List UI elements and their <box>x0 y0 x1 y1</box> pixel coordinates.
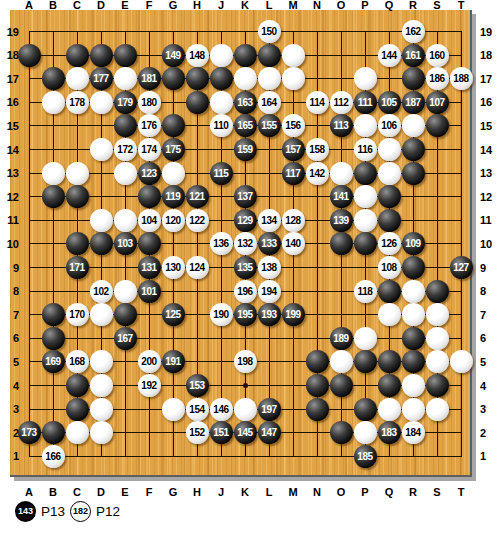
stone-H4[interactable]: 153 <box>186 374 209 397</box>
star-point-K4 <box>243 383 248 388</box>
stone-O13[interactable] <box>330 162 353 185</box>
stone-J7[interactable]: 190 <box>210 303 233 326</box>
stone-S6[interactable] <box>426 327 449 350</box>
stone-E18[interactable] <box>114 44 137 67</box>
coord-left-14: 14 <box>0 144 19 156</box>
stone-O4[interactable] <box>330 374 353 397</box>
stone-E8[interactable] <box>114 280 137 303</box>
coord-top-A: A <box>17 0 41 11</box>
stone-N5[interactable] <box>306 350 329 373</box>
coord-top-K: K <box>233 0 257 11</box>
stone-Q15[interactable]: 106 <box>378 114 401 137</box>
stone-R2[interactable]: 184 <box>402 421 425 444</box>
stone-E6[interactable]: 167 <box>114 327 137 350</box>
stone-P11[interactable] <box>354 209 377 232</box>
stone-Q4[interactable] <box>378 374 401 397</box>
stone-O5[interactable] <box>330 350 353 373</box>
coord-left-13: 13 <box>0 167 19 179</box>
stone-O16[interactable]: 112 <box>330 91 353 114</box>
stone-S17[interactable]: 186 <box>426 67 449 90</box>
coord-right-18: 18 <box>477 49 500 61</box>
stone-E17[interactable] <box>114 67 137 90</box>
stone-J15[interactable]: 110 <box>210 114 233 137</box>
stone-L8[interactable]: 194 <box>258 280 281 303</box>
go-diagram-page: 143 P13 182 P12 ABCDEFGHJKLMNOPQRSTABCDE… <box>0 0 500 537</box>
stone-R16[interactable]: 187 <box>402 91 425 114</box>
stone-D14[interactable] <box>90 138 113 161</box>
stone-K14[interactable]: 159 <box>234 138 257 161</box>
stone-L3[interactable]: 197 <box>258 398 281 421</box>
stone-J10[interactable]: 136 <box>210 232 233 255</box>
stone-O15[interactable]: 113 <box>330 114 353 137</box>
stone-L16[interactable]: 164 <box>258 91 281 114</box>
coord-left-12: 12 <box>0 191 19 203</box>
stone-B6[interactable] <box>42 327 65 350</box>
stone-Q11[interactable] <box>378 209 401 232</box>
stone-C5[interactable]: 168 <box>66 350 89 373</box>
stone-H18[interactable]: 148 <box>186 44 209 67</box>
stone-P2[interactable] <box>354 421 377 444</box>
stone-O2[interactable] <box>330 421 353 444</box>
stone-J2[interactable]: 151 <box>210 421 233 444</box>
stone-F8[interactable]: 101 <box>138 280 161 303</box>
stone-F5[interactable]: 200 <box>138 350 161 373</box>
stone-Q3[interactable] <box>378 398 401 421</box>
stone-S7[interactable] <box>426 303 449 326</box>
coord-left-3: 3 <box>0 403 19 415</box>
coord-top-J: J <box>209 0 233 11</box>
stone-E10[interactable]: 103 <box>114 232 137 255</box>
coord-bottom-E: E <box>113 486 137 498</box>
stone-L15[interactable]: 155 <box>258 114 281 137</box>
stone-G13[interactable] <box>162 162 185 185</box>
stone-R15[interactable] <box>402 114 425 137</box>
stone-E13[interactable] <box>114 162 137 185</box>
stone-L7[interactable]: 193 <box>258 303 281 326</box>
stone-M15[interactable]: 156 <box>282 114 305 137</box>
stone-C2[interactable] <box>66 421 89 444</box>
coord-right-3: 3 <box>477 403 500 415</box>
coord-left-4: 4 <box>0 380 19 392</box>
stone-H12[interactable]: 121 <box>186 185 209 208</box>
stone-R7[interactable] <box>402 303 425 326</box>
stone-L10[interactable]: 133 <box>258 232 281 255</box>
stone-N16[interactable]: 114 <box>306 91 329 114</box>
stone-H16[interactable] <box>186 91 209 114</box>
stone-D2[interactable] <box>90 421 113 444</box>
stone-C12[interactable] <box>66 185 89 208</box>
stone-O10[interactable] <box>330 232 353 255</box>
stone-P3[interactable] <box>354 398 377 421</box>
stone-E16[interactable]: 179 <box>114 91 137 114</box>
stone-L17[interactable] <box>258 67 281 90</box>
coord-right-8: 8 <box>477 285 500 297</box>
coord-bottom-P: P <box>353 486 377 498</box>
coord-right-19: 19 <box>477 26 500 38</box>
stone-F10[interactable] <box>138 232 161 255</box>
stone-Q18[interactable]: 144 <box>378 44 401 67</box>
stone-P15[interactable] <box>354 114 377 137</box>
stone-T9[interactable]: 127 <box>450 256 473 279</box>
stone-D5[interactable] <box>90 350 113 373</box>
grid-line <box>461 32 462 458</box>
stone-B16[interactable] <box>42 91 65 114</box>
coord-bottom-C: C <box>65 486 89 498</box>
coord-left-2: 2 <box>0 427 19 439</box>
coord-top-T: T <box>449 0 473 11</box>
stone-H3[interactable]: 154 <box>186 398 209 421</box>
stone-D8[interactable]: 102 <box>90 280 113 303</box>
caption-white-stone-number: 182 <box>73 506 88 516</box>
stone-P12[interactable] <box>354 185 377 208</box>
stone-N14[interactable]: 158 <box>306 138 329 161</box>
coord-right-10: 10 <box>477 238 500 250</box>
coord-top-O: O <box>329 0 353 11</box>
stone-N4[interactable] <box>306 374 329 397</box>
stone-D10[interactable] <box>90 232 113 255</box>
coord-top-L: L <box>257 0 281 11</box>
stone-E11[interactable] <box>114 209 137 232</box>
stone-K7[interactable]: 195 <box>234 303 257 326</box>
stone-P1[interactable]: 185 <box>354 445 377 468</box>
stone-R4[interactable] <box>402 374 425 397</box>
caption-black-stone-143: 143 <box>15 501 36 522</box>
stone-K16[interactable]: 163 <box>234 91 257 114</box>
stone-O6[interactable]: 189 <box>330 327 353 350</box>
stone-D18[interactable] <box>90 44 113 67</box>
coord-top-S: S <box>425 0 449 11</box>
stone-B13[interactable] <box>42 162 65 185</box>
coord-bottom-A: A <box>17 486 41 498</box>
coord-bottom-O: O <box>329 486 353 498</box>
stone-S5[interactable] <box>426 350 449 373</box>
coord-right-2: 2 <box>477 427 500 439</box>
stone-D4[interactable] <box>90 374 113 397</box>
stone-G9[interactable]: 130 <box>162 256 185 279</box>
coord-top-C: C <box>65 0 89 11</box>
coord-left-15: 15 <box>0 120 19 132</box>
stone-P14[interactable]: 116 <box>354 138 377 161</box>
stone-N13[interactable]: 142 <box>306 162 329 185</box>
coord-bottom-T: T <box>449 486 473 498</box>
stone-K5[interactable]: 198 <box>234 350 257 373</box>
stone-B12[interactable] <box>42 185 65 208</box>
coord-left-9: 9 <box>0 262 19 274</box>
coord-top-B: B <box>41 0 65 11</box>
stone-K10[interactable]: 132 <box>234 232 257 255</box>
stone-K9[interactable]: 135 <box>234 256 257 279</box>
stone-O12[interactable]: 141 <box>330 185 353 208</box>
stone-L19[interactable]: 150 <box>258 20 281 43</box>
stone-D7[interactable] <box>90 303 113 326</box>
coord-top-N: N <box>305 0 329 11</box>
stone-T5[interactable] <box>450 350 473 373</box>
stone-K2[interactable]: 145 <box>234 421 257 444</box>
stone-Q7[interactable] <box>378 303 401 326</box>
stone-G17[interactable] <box>162 67 185 90</box>
stone-K17[interactable] <box>234 67 257 90</box>
stone-Q9[interactable]: 108 <box>378 256 401 279</box>
coord-right-16: 16 <box>477 96 500 108</box>
stone-Q2[interactable]: 183 <box>378 421 401 444</box>
stone-A2[interactable]: 173 <box>18 421 41 444</box>
grid-line <box>29 31 462 32</box>
coord-left-8: 8 <box>0 285 19 297</box>
coord-top-M: M <box>281 0 305 11</box>
caption: 143 P13 182 P12 <box>15 500 120 522</box>
coord-left-6: 6 <box>0 332 19 344</box>
coord-right-11: 11 <box>477 214 500 226</box>
coord-bottom-J: J <box>209 486 233 498</box>
stone-S8[interactable] <box>426 280 449 303</box>
stone-F12[interactable] <box>138 185 161 208</box>
coord-bottom-K: K <box>233 486 257 498</box>
coord-bottom-Q: Q <box>377 486 401 498</box>
coord-right-4: 4 <box>477 380 500 392</box>
stone-S4[interactable] <box>426 374 449 397</box>
stone-S15[interactable] <box>426 114 449 137</box>
stone-B5[interactable]: 169 <box>42 350 65 373</box>
caption-black-stone-number: 143 <box>18 506 33 516</box>
stone-L11[interactable]: 134 <box>258 209 281 232</box>
grid-line <box>29 456 462 457</box>
stone-R8[interactable] <box>402 280 425 303</box>
stone-Q5[interactable] <box>378 350 401 373</box>
stone-Q8[interactable] <box>378 280 401 303</box>
caption-white-point-label: P12 <box>96 504 120 519</box>
coord-bottom-H: H <box>185 486 209 498</box>
stone-J16[interactable] <box>210 91 233 114</box>
stone-D16[interactable] <box>90 91 113 114</box>
stone-M17[interactable] <box>282 67 305 90</box>
stone-R18[interactable]: 161 <box>402 44 425 67</box>
stone-S18[interactable]: 160 <box>426 44 449 67</box>
stone-B1[interactable]: 166 <box>42 445 65 468</box>
stone-J13[interactable]: 115 <box>210 162 233 185</box>
coord-top-H: H <box>185 0 209 11</box>
coord-left-16: 16 <box>0 96 19 108</box>
stone-G7[interactable]: 125 <box>162 303 185 326</box>
caption-white-stone-182: 182 <box>70 501 91 522</box>
stone-Q16[interactable]: 105 <box>378 91 401 114</box>
stone-P5[interactable] <box>354 350 377 373</box>
stone-Q10[interactable]: 126 <box>378 232 401 255</box>
stone-G5[interactable]: 191 <box>162 350 185 373</box>
stone-J3[interactable]: 146 <box>210 398 233 421</box>
stone-L9[interactable]: 138 <box>258 256 281 279</box>
coord-right-14: 14 <box>477 144 500 156</box>
coord-bottom-M: M <box>281 486 305 498</box>
stone-N3[interactable] <box>306 398 329 421</box>
coord-left-11: 11 <box>0 214 19 226</box>
stone-T17[interactable]: 188 <box>450 67 473 90</box>
coord-left-1: 1 <box>0 450 19 462</box>
coord-bottom-N: N <box>305 486 329 498</box>
coord-top-D: D <box>89 0 113 11</box>
coord-top-G: G <box>161 0 185 11</box>
stone-O11[interactable]: 139 <box>330 209 353 232</box>
stone-M14[interactable]: 157 <box>282 138 305 161</box>
stone-M10[interactable]: 140 <box>282 232 305 255</box>
grid-line <box>29 32 30 458</box>
stone-R10[interactable]: 109 <box>402 232 425 255</box>
coord-left-5: 5 <box>0 356 19 368</box>
stone-F17[interactable]: 181 <box>138 67 161 90</box>
stone-S16[interactable]: 107 <box>426 91 449 114</box>
coord-top-P: P <box>353 0 377 11</box>
coord-top-E: E <box>113 0 137 11</box>
stone-Q12[interactable] <box>378 185 401 208</box>
stone-R14[interactable] <box>402 138 425 161</box>
stone-E7[interactable] <box>114 303 137 326</box>
coord-bottom-L: L <box>257 486 281 498</box>
stone-C9[interactable]: 171 <box>66 256 89 279</box>
stone-R5[interactable] <box>402 350 425 373</box>
stone-G11[interactable]: 120 <box>162 209 185 232</box>
coord-bottom-G: G <box>161 486 185 498</box>
stone-F9[interactable]: 131 <box>138 256 161 279</box>
stone-Q14[interactable] <box>378 138 401 161</box>
coord-right-9: 9 <box>477 262 500 274</box>
caption-black-point-label: P13 <box>41 504 65 519</box>
grid-line <box>29 338 462 339</box>
stone-G12[interactable]: 119 <box>162 185 185 208</box>
coord-bottom-D: D <box>89 486 113 498</box>
coord-bottom-B: B <box>41 486 65 498</box>
stone-R3[interactable] <box>402 398 425 421</box>
stone-H11[interactable]: 122 <box>186 209 209 232</box>
coord-left-17: 17 <box>0 73 19 85</box>
stone-C3[interactable] <box>66 398 89 421</box>
coord-right-5: 5 <box>477 356 500 368</box>
stone-B2[interactable] <box>42 421 65 444</box>
coord-right-7: 7 <box>477 309 500 321</box>
stone-Q13[interactable] <box>378 162 401 185</box>
stone-H2[interactable]: 152 <box>186 421 209 444</box>
stone-H17[interactable] <box>186 67 209 90</box>
coord-left-7: 7 <box>0 309 19 321</box>
stone-E14[interactable]: 172 <box>114 138 137 161</box>
stone-K18[interactable] <box>234 44 257 67</box>
stone-R13[interactable] <box>402 162 425 185</box>
stone-C4[interactable] <box>66 374 89 397</box>
stone-G18[interactable]: 149 <box>162 44 185 67</box>
stone-P16[interactable]: 111 <box>354 91 377 114</box>
stone-R17[interactable] <box>402 67 425 90</box>
stone-C18[interactable] <box>66 44 89 67</box>
stone-L2[interactable]: 147 <box>258 421 281 444</box>
stone-J18[interactable] <box>210 44 233 67</box>
stone-D3[interactable] <box>90 398 113 421</box>
stone-P6[interactable] <box>354 327 377 350</box>
coord-left-19: 19 <box>0 26 19 38</box>
coord-top-F: F <box>137 0 161 11</box>
stone-F4[interactable]: 192 <box>138 374 161 397</box>
stone-F13[interactable]: 123 <box>138 162 161 185</box>
coord-left-10: 10 <box>0 238 19 250</box>
stone-K3[interactable] <box>234 398 257 421</box>
stone-G15[interactable] <box>162 114 185 137</box>
stone-P17[interactable] <box>354 67 377 90</box>
stone-H9[interactable]: 124 <box>186 256 209 279</box>
coord-right-1: 1 <box>477 450 500 462</box>
stone-M7[interactable]: 199 <box>282 303 305 326</box>
stone-R9[interactable] <box>402 256 425 279</box>
coord-right-6: 6 <box>477 332 500 344</box>
stone-S3[interactable] <box>426 398 449 421</box>
coord-right-12: 12 <box>477 191 500 203</box>
stone-M13[interactable]: 117 <box>282 162 305 185</box>
coord-bottom-S: S <box>425 486 449 498</box>
coord-right-13: 13 <box>477 167 500 179</box>
grid-line <box>173 32 174 458</box>
stone-C17[interactable] <box>66 67 89 90</box>
stone-R6[interactable] <box>402 327 425 350</box>
coord-top-Q: Q <box>377 0 401 11</box>
stone-R19[interactable]: 162 <box>402 20 425 43</box>
coord-bottom-F: F <box>137 486 161 498</box>
stone-F11[interactable]: 104 <box>138 209 161 232</box>
coord-bottom-R: R <box>401 486 425 498</box>
stone-D11[interactable] <box>90 209 113 232</box>
stone-K11[interactable]: 129 <box>234 209 257 232</box>
stone-C16[interactable]: 178 <box>66 91 89 114</box>
stone-B17[interactable] <box>42 67 65 90</box>
coord-top-R: R <box>401 0 425 11</box>
stone-A18[interactable] <box>18 44 41 67</box>
stone-M18[interactable] <box>282 44 305 67</box>
stone-C7[interactable]: 170 <box>66 303 89 326</box>
stone-K12[interactable]: 137 <box>234 185 257 208</box>
stone-K8[interactable]: 196 <box>234 280 257 303</box>
stone-G3[interactable] <box>162 398 185 421</box>
stone-E15[interactable] <box>114 114 137 137</box>
coord-right-17: 17 <box>477 73 500 85</box>
stone-B7[interactable] <box>42 303 65 326</box>
stone-P13[interactable] <box>354 162 377 185</box>
stone-F14[interactable]: 174 <box>138 138 161 161</box>
stone-F15[interactable]: 176 <box>138 114 161 137</box>
stone-P10[interactable] <box>354 232 377 255</box>
stone-F16[interactable]: 180 <box>138 91 161 114</box>
coord-right-15: 15 <box>477 120 500 132</box>
stone-K15[interactable]: 165 <box>234 114 257 137</box>
coord-left-18: 18 <box>0 49 19 61</box>
stone-C10[interactable] <box>66 232 89 255</box>
stone-C13[interactable] <box>66 162 89 185</box>
stone-L18[interactable] <box>258 44 281 67</box>
stone-D17[interactable]: 177 <box>90 67 113 90</box>
stone-G14[interactable]: 175 <box>162 138 185 161</box>
stone-J17[interactable] <box>210 67 233 90</box>
stone-P8[interactable]: 118 <box>354 280 377 303</box>
stone-M11[interactable]: 128 <box>282 209 305 232</box>
